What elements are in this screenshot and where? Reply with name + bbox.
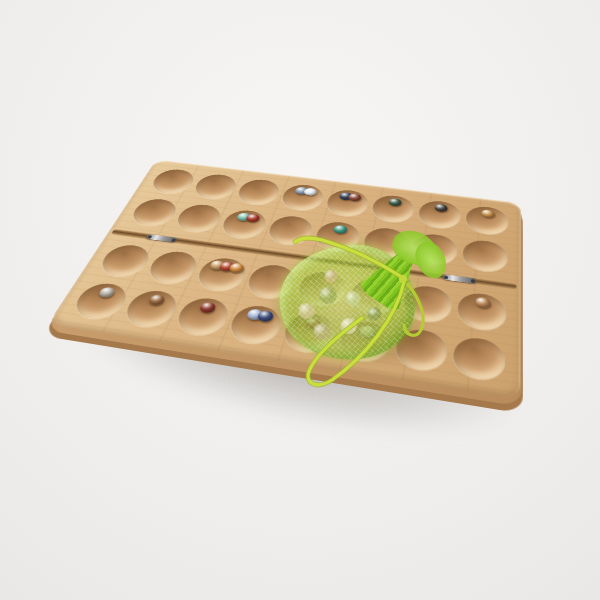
marble xyxy=(333,225,349,235)
pit-r3c2[interactable] xyxy=(143,249,202,286)
marble xyxy=(147,294,166,306)
marble xyxy=(303,188,318,197)
marble-group xyxy=(475,296,491,308)
pit-r1c3[interactable] xyxy=(234,178,283,207)
pit-r1c2[interactable] xyxy=(190,173,240,202)
marble xyxy=(434,203,448,212)
pit-r4c3[interactable] xyxy=(172,295,234,338)
marble-group xyxy=(338,192,362,202)
marble xyxy=(245,213,261,222)
pit-r1c8[interactable] xyxy=(465,205,509,237)
marble-group xyxy=(198,301,217,313)
pit-r1c6[interactable] xyxy=(370,194,416,225)
marble-group xyxy=(434,203,448,212)
pit-r4c2[interactable] xyxy=(119,288,182,330)
pit-r1c4[interactable] xyxy=(278,183,326,213)
hinge-left-icon xyxy=(146,234,178,243)
pit-r2c4[interactable] xyxy=(265,214,316,247)
marble-group xyxy=(481,209,495,218)
marble-group xyxy=(333,225,349,235)
pit-r2c8[interactable] xyxy=(462,238,508,274)
pit-r1c1[interactable] xyxy=(147,168,198,196)
pit-r3c1[interactable] xyxy=(95,243,155,279)
marble xyxy=(228,262,246,273)
marble xyxy=(475,296,491,308)
marble-group xyxy=(97,286,117,298)
marble xyxy=(198,301,217,313)
marble-group xyxy=(208,260,245,274)
marble xyxy=(388,198,402,207)
pit-r4c1[interactable] xyxy=(68,281,133,322)
pit-r2c2[interactable] xyxy=(172,203,226,235)
pit-r2c1[interactable] xyxy=(127,197,182,228)
marble-group xyxy=(147,294,166,306)
marble xyxy=(481,209,495,218)
pit-r1c5[interactable] xyxy=(324,188,371,218)
marble-group xyxy=(236,212,261,223)
hinge-right-icon xyxy=(443,274,477,284)
marble-group xyxy=(388,198,402,207)
pit-r2c3[interactable] xyxy=(218,208,270,240)
pit-r3c8[interactable] xyxy=(456,291,506,333)
pit-r1c7[interactable] xyxy=(417,199,462,230)
pit-r4c8[interactable] xyxy=(452,335,506,383)
marble xyxy=(347,193,362,202)
pit-r3c3[interactable] xyxy=(193,256,251,294)
marble-group xyxy=(294,187,318,197)
marble xyxy=(97,286,117,298)
